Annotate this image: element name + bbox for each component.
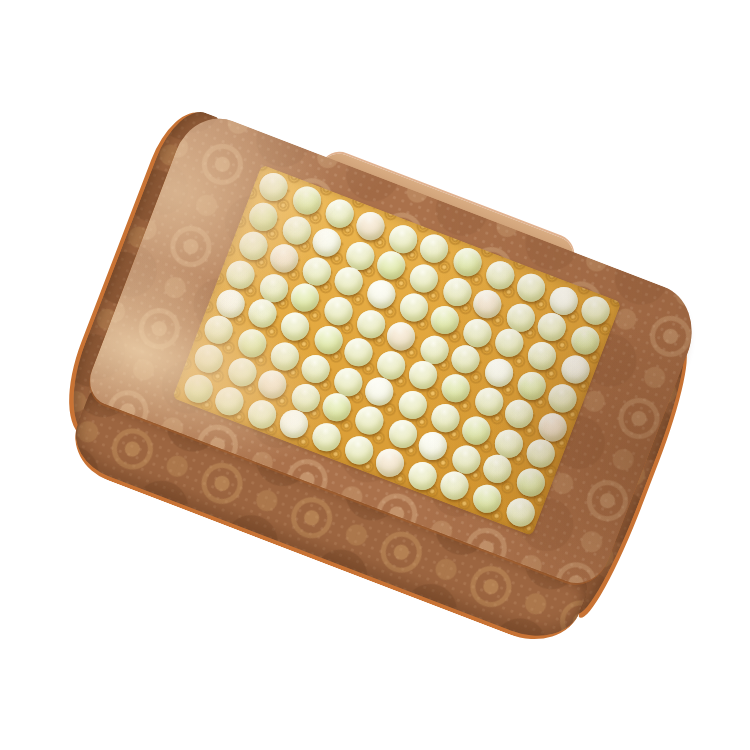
jade-stone (439, 274, 475, 310)
jade-stone (254, 367, 290, 403)
jade-stone (279, 212, 315, 248)
jade-stone (428, 400, 464, 436)
jade-stone (309, 419, 345, 455)
jade-stone (297, 350, 333, 386)
jade-stone (211, 383, 247, 419)
jade-stone (416, 231, 452, 267)
jade-stone (469, 481, 505, 517)
jade-stone (427, 302, 463, 338)
jade-stone (405, 458, 441, 494)
jade-stone (383, 318, 419, 354)
jade-stone (320, 293, 356, 329)
jade-stone (514, 368, 550, 404)
jade-pillow (57, 106, 707, 658)
jade-stone (224, 354, 260, 390)
jade-stone (342, 432, 378, 468)
jade-stone (309, 224, 345, 260)
jade-stone (501, 396, 537, 432)
jade-stone (181, 370, 217, 406)
jade-stone (256, 169, 292, 205)
jade-stone (557, 352, 593, 388)
jade-stone (470, 286, 506, 322)
jade-stone (322, 196, 358, 232)
jade-stone (502, 494, 538, 530)
jade-stone (512, 464, 548, 500)
jade-stone (544, 380, 580, 416)
jade-stone (352, 403, 388, 439)
jade-stone (482, 258, 518, 294)
photo-backdrop (0, 0, 750, 750)
jade-stone (191, 341, 227, 377)
jade-stone (513, 270, 549, 306)
jade-stone (310, 322, 346, 358)
jade-stone (363, 277, 399, 313)
jade-stone (524, 338, 560, 374)
jade-stone (245, 199, 281, 235)
jade-stone (395, 387, 431, 423)
jade-stone (481, 354, 517, 390)
jade-stone (438, 370, 474, 406)
jade-stone (458, 412, 494, 448)
jade-stone (352, 208, 388, 244)
jade-stone (567, 322, 603, 358)
jade-stone (449, 244, 485, 280)
jade-stone (396, 290, 432, 326)
jade-stone (340, 334, 376, 370)
jade-stone (266, 240, 302, 276)
jade-stone (406, 260, 442, 296)
jade-stone (267, 338, 303, 374)
jade-stone (223, 257, 259, 293)
jade-stone (235, 228, 271, 264)
jade-stone (372, 444, 408, 480)
jade-stone (471, 384, 507, 420)
jade-stone (415, 428, 451, 464)
jade-stone (353, 306, 389, 342)
jade-stone (385, 416, 421, 452)
jade-stone (277, 309, 313, 345)
jade-stone (234, 325, 270, 361)
jade-stone (244, 396, 280, 432)
jade-stone (289, 183, 325, 219)
jade-stone (577, 293, 613, 329)
